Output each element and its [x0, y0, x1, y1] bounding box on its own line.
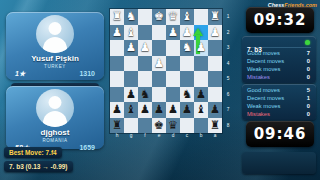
piece-white-bishop: ♝	[180, 9, 194, 25]
avatar-head-icon	[49, 96, 62, 109]
square-d2[interactable]: ♟	[166, 25, 180, 41]
piece-black-rook: ♜	[208, 118, 222, 134]
square-e4[interactable]: ♟	[152, 56, 166, 72]
square-a5[interactable]	[208, 71, 222, 87]
square-g8[interactable]	[124, 118, 138, 134]
square-g3[interactable]: ♟	[124, 40, 138, 56]
piece-black-pawn: ♟	[194, 87, 208, 103]
stats-value: 0	[307, 65, 310, 73]
stats-row: Decent moves0	[247, 57, 311, 65]
player-country: TURKEY	[6, 64, 104, 69]
piece-white-pawn: ♟	[138, 40, 152, 56]
good-move-dot-icon	[305, 40, 310, 45]
rank-label: 6	[223, 87, 233, 103]
stats-value: 1	[307, 94, 310, 102]
square-g6[interactable]: ♟	[124, 87, 138, 103]
square-b7[interactable]: ♝	[194, 102, 208, 118]
square-e7[interactable]: ♟	[152, 102, 166, 118]
piece-white-pawn: ♟	[166, 25, 180, 41]
square-a6[interactable]	[208, 87, 222, 103]
piece-black-king: ♚	[152, 118, 166, 134]
rank-label: 1	[223, 9, 233, 25]
square-f7[interactable]: ♟	[138, 102, 152, 118]
piece-black-pawn: ♟	[166, 102, 180, 118]
piece-white-pawn: ♟	[180, 25, 194, 41]
piece-black-knight: ♞	[138, 87, 152, 103]
square-c1[interactable]: ♝	[180, 9, 194, 25]
square-d5[interactable]	[166, 71, 180, 87]
square-g7[interactable]: ♝	[124, 102, 138, 118]
square-a7[interactable]: ♟	[208, 102, 222, 118]
square-e1[interactable]: ♚	[152, 9, 166, 25]
square-d6[interactable]	[166, 87, 180, 103]
square-d1[interactable]: ♛	[166, 9, 180, 25]
rank-label: 5	[223, 71, 233, 87]
stats-label: Decent moves	[247, 94, 284, 102]
piece-black-pawn: ♟	[124, 87, 138, 103]
file-coordinates: hgfedcba	[110, 132, 222, 140]
best-move-box: Best Move: 7.f4	[4, 147, 62, 158]
chess-board[interactable]: ♜♞♚♛♝♜♟♝♟♟♟♟♟♞♟♟♟♞♞♟♟♝♟♟♟♟♝♟♜♚♛♜	[110, 9, 222, 133]
rank-label: 3	[223, 40, 233, 56]
piece-black-bishop: ♝	[194, 102, 208, 118]
square-f1[interactable]	[138, 9, 152, 25]
stats-value: 0	[307, 57, 310, 65]
piece-black-pawn: ♟	[138, 102, 152, 118]
square-e2[interactable]	[152, 25, 166, 41]
square-c7[interactable]: ♟	[180, 102, 194, 118]
stats-rows-bottom: Good moves5Decent moves1Weak moves0Mista…	[242, 86, 316, 118]
square-h6[interactable]	[110, 87, 124, 103]
piece-black-knight: ♞	[180, 87, 194, 103]
stats-row: Weak moves0	[247, 65, 311, 73]
rank-label: 4	[223, 56, 233, 72]
file-label: a	[208, 132, 222, 140]
piece-white-knight: ♞	[180, 40, 194, 56]
square-b3[interactable]: ♟	[194, 40, 208, 56]
piece-white-rook: ♜	[208, 9, 222, 25]
clock-top: 09:32	[246, 7, 314, 33]
stats-row: Mistakes0	[247, 73, 311, 81]
square-d4[interactable]	[166, 56, 180, 72]
piece-white-pawn: ♟	[208, 25, 222, 41]
square-d3[interactable]	[166, 40, 180, 56]
avatar-body-icon	[43, 37, 67, 53]
square-e5[interactable]	[152, 71, 166, 87]
player-card-top[interactable]: Yusuf Pişkin TURKEY 1★ 1310	[6, 12, 104, 80]
stats-label: Weak moves	[247, 102, 280, 110]
square-f3[interactable]: ♟	[138, 40, 152, 56]
square-b1[interactable]	[194, 9, 208, 25]
stats-value: 7	[307, 49, 310, 57]
stats-rows-top: Good moves7Decent moves0Weak moves0Mista…	[242, 49, 316, 81]
rank-label: 8	[223, 118, 233, 134]
stats-label: Mistakes	[247, 110, 270, 118]
piece-white-pawn: ♟	[124, 40, 138, 56]
stats-label: Mistakes	[247, 73, 270, 81]
eval-change-box: 7. b3 (0.13 → -0.99)	[4, 161, 73, 172]
stats-value: 0	[307, 102, 310, 110]
square-c6[interactable]: ♞	[180, 87, 194, 103]
piece-white-knight: ♞	[124, 9, 138, 25]
stats-row: Decent moves1	[247, 94, 311, 102]
piece-white-bishop: ♝	[124, 25, 138, 41]
square-c8[interactable]	[180, 118, 194, 134]
square-e3[interactable]	[152, 40, 166, 56]
stats-panel-top: 7. b3 Good moves7Decent moves0Weak moves…	[242, 36, 316, 83]
piece-black-rook: ♜	[110, 118, 124, 134]
stats-row: Good moves7	[247, 49, 311, 57]
stats-row: Good moves5	[247, 86, 311, 94]
file-label: c	[180, 132, 194, 140]
square-a4[interactable]	[208, 56, 222, 72]
clock-bottom: 09:46	[246, 121, 314, 147]
square-h2[interactable]: ♟	[110, 25, 124, 41]
file-label: b	[194, 132, 208, 140]
stats-row: Weak moves0	[247, 102, 311, 110]
player-country: ROMANIA	[6, 138, 104, 143]
square-a8[interactable]: ♜	[208, 118, 222, 134]
square-f4[interactable]	[138, 56, 152, 72]
stats-value: 0	[307, 73, 310, 81]
square-h7[interactable]: ♟	[110, 102, 124, 118]
rank-coordinates: 12345678	[223, 9, 233, 133]
stats-label: Good moves	[247, 49, 280, 57]
player-name: djghost	[6, 128, 104, 137]
stats-value: 5	[307, 86, 310, 94]
file-label: d	[166, 132, 180, 140]
square-f5[interactable]	[138, 71, 152, 87]
piece-black-pawn: ♟	[110, 102, 124, 118]
square-g2[interactable]: ♝	[124, 25, 138, 41]
stats-label: Weak moves	[247, 65, 280, 73]
file-label: h	[110, 132, 124, 140]
square-b5[interactable]	[194, 71, 208, 87]
piece-black-queen: ♛	[166, 118, 180, 134]
player-card-bottom[interactable]: djghost ROMANIA 58★ 1659	[6, 86, 104, 149]
square-c5[interactable]	[180, 71, 194, 87]
avatar-head-icon	[49, 22, 62, 35]
square-e8[interactable]: ♚	[152, 118, 166, 134]
square-e6[interactable]	[152, 87, 166, 103]
stats-value: 0	[307, 110, 310, 118]
square-h1[interactable]: ♜	[110, 9, 124, 25]
file-label: g	[124, 132, 138, 140]
square-b6[interactable]: ♟	[194, 87, 208, 103]
square-h4[interactable]	[110, 56, 124, 72]
file-label: e	[152, 132, 166, 140]
square-g5[interactable]	[124, 71, 138, 87]
square-h5[interactable]	[110, 71, 124, 87]
player-rating: 1310	[79, 70, 95, 77]
piece-white-rook: ♜	[110, 9, 124, 25]
square-f2[interactable]	[138, 25, 152, 41]
piece-black-pawn: ♟	[208, 102, 222, 118]
piece-white-pawn: ♟	[110, 25, 124, 41]
piece-black-pawn: ♟	[152, 102, 166, 118]
rank-label: 7	[223, 102, 233, 118]
app-window: ChessFriends.com Yusuf Pişkin TURKEY 1★ …	[0, 0, 320, 180]
player-rating: 1659	[79, 144, 95, 151]
avatar	[36, 89, 74, 127]
square-a2[interactable]: ♟	[208, 25, 222, 41]
stats-label: Decent moves	[247, 57, 284, 65]
square-b4[interactable]	[194, 56, 208, 72]
square-g4[interactable]	[124, 56, 138, 72]
square-h3[interactable]	[110, 40, 124, 56]
square-c3[interactable]: ♞	[180, 40, 194, 56]
square-h8[interactable]: ♜	[110, 118, 124, 134]
piece-white-pawn: ♟	[152, 56, 166, 72]
piece-white-pawn: ♟	[194, 40, 208, 56]
stats-label: Good moves	[247, 86, 280, 94]
piece-black-bishop: ♝	[124, 102, 138, 118]
square-g1[interactable]: ♞	[124, 9, 138, 25]
player-stars: 1★	[15, 70, 25, 78]
square-a3[interactable]	[208, 40, 222, 56]
piece-white-queen: ♛	[166, 9, 180, 25]
square-f6[interactable]: ♞	[138, 87, 152, 103]
avatar-body-icon	[43, 111, 67, 127]
piece-white-king: ♚	[152, 9, 166, 25]
square-a1[interactable]: ♜	[208, 9, 222, 25]
square-d8[interactable]: ♛	[166, 118, 180, 134]
stats-row: Mistakes0	[247, 110, 311, 118]
square-c2[interactable]: ♟	[180, 25, 194, 41]
stats-panel-bottom: Good moves5Decent moves1Weak moves0Mista…	[242, 84, 316, 120]
rank-label: 2	[223, 25, 233, 41]
panel-empty	[242, 152, 316, 174]
square-b8[interactable]	[194, 118, 208, 134]
player-name: Yusuf Pişkin	[6, 54, 104, 63]
square-c4[interactable]	[180, 56, 194, 72]
piece-black-pawn: ♟	[180, 102, 194, 118]
square-d7[interactable]: ♟	[166, 102, 180, 118]
avatar	[36, 15, 74, 53]
square-f8[interactable]	[138, 118, 152, 134]
file-label: f	[138, 132, 152, 140]
